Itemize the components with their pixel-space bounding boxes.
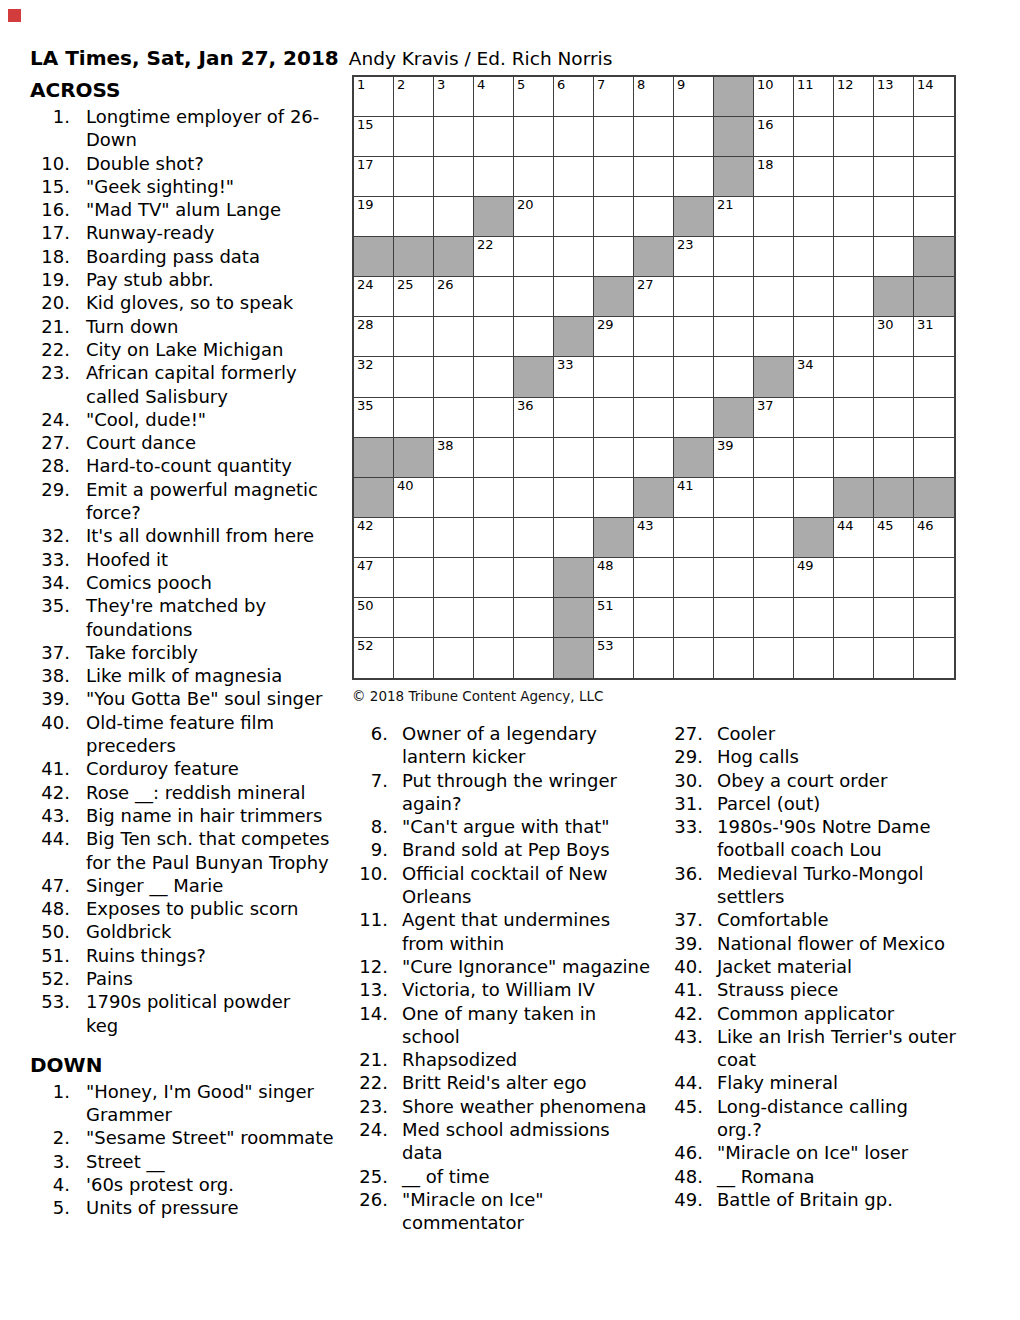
- clue-text: Hoofed it: [86, 548, 168, 571]
- copyright-line: © 2018 Tribune Content Agency, LLC: [352, 688, 603, 704]
- across-clue-40: 40.Old-time feature filmpreceders: [30, 711, 352, 758]
- grid-cell[interactable]: 22: [474, 237, 514, 277]
- grid-cell[interactable]: [914, 558, 954, 598]
- clue-text: Like an Irish Terrier's outercoat: [717, 1025, 956, 1072]
- grid-cell[interactable]: [834, 598, 874, 638]
- grid-cell[interactable]: 39: [714, 438, 754, 478]
- across-clue-18: 18.Boarding pass data: [30, 245, 352, 268]
- clue-text: "You Gotta Be" soul singer: [86, 687, 323, 710]
- grid-cell[interactable]: [474, 398, 514, 438]
- grid-cell[interactable]: [834, 398, 874, 438]
- grid-cell[interactable]: [754, 478, 794, 518]
- clue-number: 50.: [30, 920, 70, 943]
- grid-cell[interactable]: 49: [794, 558, 834, 598]
- grid-cell[interactable]: [834, 237, 874, 277]
- grid-cell[interactable]: [754, 558, 794, 598]
- clue-text: Ruins things?: [86, 944, 206, 967]
- grid-cell[interactable]: [474, 478, 514, 518]
- clue-number: 36.: [668, 862, 703, 909]
- grid-cell[interactable]: [914, 438, 954, 478]
- grid-cell[interactable]: [714, 638, 754, 678]
- grid-cell[interactable]: [794, 157, 834, 197]
- grid-cell[interactable]: 33: [554, 357, 594, 397]
- grid-cell[interactable]: [394, 638, 434, 678]
- grid-cell[interactable]: [794, 598, 834, 638]
- grid-cell-block: [354, 478, 394, 518]
- grid-cell[interactable]: [594, 398, 634, 438]
- clue-number: 28.: [30, 454, 70, 477]
- grid-cell[interactable]: [474, 518, 514, 558]
- across-clue-52: 52.Pains: [30, 967, 352, 990]
- grid-cell[interactable]: [394, 518, 434, 558]
- grid-cell[interactable]: [754, 598, 794, 638]
- clue-number: 3.: [30, 1150, 70, 1173]
- across-clue-list: 1.Longtime employer of 26-Down10.Double …: [30, 105, 352, 1037]
- grid-cell[interactable]: 52: [354, 638, 394, 678]
- grid-cell[interactable]: [554, 478, 594, 518]
- grid-cell-block: [594, 518, 634, 558]
- clue-text: It's all downhill from here: [86, 524, 314, 547]
- grid-cell[interactable]: [474, 317, 514, 357]
- clue-text: National flower of Mexico: [717, 932, 945, 955]
- grid-cell-block: [554, 317, 594, 357]
- grid-cell[interactable]: [554, 518, 594, 558]
- grid-cell[interactable]: [554, 277, 594, 317]
- grid-cell[interactable]: 20: [514, 197, 554, 237]
- clue-text: Exposes to public scorn: [86, 897, 298, 920]
- grid-cell[interactable]: 24: [354, 277, 394, 317]
- down-clues-column-middle: 6.Owner of a legendarylantern kicker7.Pu…: [355, 722, 670, 1235]
- grid-cell[interactable]: [434, 117, 474, 157]
- grid-cell[interactable]: [434, 558, 474, 598]
- grid-cell[interactable]: [794, 277, 834, 317]
- grid-cell[interactable]: 30: [874, 317, 914, 357]
- clue-number: 29.: [30, 478, 70, 525]
- grid-cell[interactable]: [914, 598, 954, 638]
- grid-cell[interactable]: [914, 197, 954, 237]
- grid-cell[interactable]: [634, 357, 674, 397]
- clue-text: Double shot?: [86, 152, 204, 175]
- across-clue-1: 1.Longtime employer of 26-Down: [30, 105, 352, 152]
- grid-cell[interactable]: [874, 357, 914, 397]
- grid-cell[interactable]: [914, 638, 954, 678]
- grid-cell[interactable]: [514, 237, 554, 277]
- grid-cell-block: [714, 117, 754, 157]
- grid-cell[interactable]: [874, 398, 914, 438]
- grid-cell[interactable]: 1: [354, 77, 394, 117]
- grid-cell[interactable]: [514, 317, 554, 357]
- grid-cell[interactable]: [914, 398, 954, 438]
- grid-cell[interactable]: [514, 518, 554, 558]
- grid-cell[interactable]: 35: [354, 398, 394, 438]
- grid-cell[interactable]: [714, 357, 754, 397]
- clue-text: "Geek sighting!": [86, 175, 234, 198]
- across-clue-10: 10.Double shot?: [30, 152, 352, 175]
- grid-cell[interactable]: [394, 157, 434, 197]
- grid-cell[interactable]: [834, 157, 874, 197]
- grid-cell[interactable]: [474, 157, 514, 197]
- grid-cell[interactable]: [874, 438, 914, 478]
- grid-cell[interactable]: [754, 197, 794, 237]
- grid-cell-block: [874, 478, 914, 518]
- clue-text: City on Lake Michigan: [86, 338, 283, 361]
- grid-cell[interactable]: [554, 398, 594, 438]
- grid-cell[interactable]: [874, 117, 914, 157]
- grid-cell[interactable]: 23: [674, 237, 714, 277]
- grid-cell[interactable]: 10: [754, 77, 794, 117]
- clue-text: Rhapsodized: [402, 1048, 517, 1071]
- grid-cell[interactable]: [594, 197, 634, 237]
- grid-cell[interactable]: 18: [754, 157, 794, 197]
- grid-cell[interactable]: [834, 438, 874, 478]
- grid-cell[interactable]: [874, 558, 914, 598]
- cell-number: 23: [677, 238, 694, 252]
- grid-cell[interactable]: [674, 638, 714, 678]
- clue-text: "Miracle on Ice" loser: [717, 1141, 908, 1164]
- down-clue-31: 31.Parcel (out): [668, 792, 1020, 815]
- grid-cell[interactable]: 25: [394, 277, 434, 317]
- grid-cell[interactable]: [554, 237, 594, 277]
- grid-cell[interactable]: [554, 157, 594, 197]
- grid-cell[interactable]: [834, 638, 874, 678]
- grid-cell[interactable]: [674, 157, 714, 197]
- cell-number: 49: [797, 559, 814, 573]
- clue-text: 1790s political powderkeg: [86, 990, 290, 1037]
- grid-cell[interactable]: 46: [914, 518, 954, 558]
- clue-number: 23.: [355, 1095, 388, 1118]
- grid-cell[interactable]: [634, 317, 674, 357]
- grid-cell[interactable]: [434, 598, 474, 638]
- grid-cell[interactable]: 8: [634, 77, 674, 117]
- grid-cell[interactable]: [434, 518, 474, 558]
- grid-cell[interactable]: [394, 117, 434, 157]
- grid-cell[interactable]: [594, 157, 634, 197]
- cell-number: 32: [357, 358, 374, 372]
- grid-cell[interactable]: [474, 438, 514, 478]
- grid-cell[interactable]: [794, 478, 834, 518]
- clue-text: Med school admissionsdata: [402, 1118, 610, 1165]
- grid-cell[interactable]: [914, 357, 954, 397]
- grid-cell[interactable]: [634, 558, 674, 598]
- grid-cell[interactable]: 16: [754, 117, 794, 157]
- grid-cell[interactable]: [554, 438, 594, 478]
- grid-cell[interactable]: [594, 237, 634, 277]
- grid-cell[interactable]: 36: [514, 398, 554, 438]
- grid-cell[interactable]: 27: [634, 277, 674, 317]
- grid-cell[interactable]: 21: [714, 197, 754, 237]
- cell-number: 27: [637, 278, 654, 292]
- grid-cell-block: [554, 598, 594, 638]
- cell-number: 39: [717, 439, 734, 453]
- grid-cell[interactable]: [434, 197, 474, 237]
- grid-cell[interactable]: 28: [354, 317, 394, 357]
- clue-text: "Miracle on Ice"commentator: [402, 1188, 544, 1235]
- grid-cell[interactable]: [714, 478, 754, 518]
- clue-number: 45.: [668, 1095, 703, 1142]
- grid-cell[interactable]: [834, 197, 874, 237]
- grid-cell[interactable]: [674, 518, 714, 558]
- cell-number: 47: [357, 559, 374, 573]
- grid-cell[interactable]: [874, 157, 914, 197]
- grid-cell[interactable]: [594, 117, 634, 157]
- down-clue-12: 12."Cure Ignorance" magazine: [355, 955, 670, 978]
- grid-cell[interactable]: 37: [754, 398, 794, 438]
- grid-cell[interactable]: 34: [794, 357, 834, 397]
- across-clue-34: 34.Comics pooch: [30, 571, 352, 594]
- grid-cell[interactable]: [754, 518, 794, 558]
- cell-number: 14: [917, 78, 934, 92]
- cell-number: 31: [917, 318, 934, 332]
- clue-number: 39.: [668, 932, 703, 955]
- grid-cell[interactable]: [474, 277, 514, 317]
- clue-number: 12.: [355, 955, 388, 978]
- grid-cell[interactable]: 31: [914, 317, 954, 357]
- grid-cell[interactable]: [554, 117, 594, 157]
- grid-cell[interactable]: [474, 598, 514, 638]
- grid-cell[interactable]: 41: [674, 478, 714, 518]
- clue-number: 34.: [30, 571, 70, 594]
- grid-cell[interactable]: 12: [834, 77, 874, 117]
- clue-text: Big name in hair trimmers: [86, 804, 322, 827]
- grid-cell[interactable]: [394, 598, 434, 638]
- grid-cell[interactable]: [434, 357, 474, 397]
- grid-cell[interactable]: [514, 277, 554, 317]
- clue-number: 51.: [30, 944, 70, 967]
- grid-cell[interactable]: 15: [354, 117, 394, 157]
- grid-cell[interactable]: [394, 197, 434, 237]
- grid-cell[interactable]: [634, 398, 674, 438]
- grid-cell[interactable]: [714, 558, 754, 598]
- clue-number: 33.: [668, 815, 703, 862]
- grid-cell[interactable]: [514, 558, 554, 598]
- grid-cell[interactable]: [594, 478, 634, 518]
- clue-number: 1.: [30, 105, 70, 152]
- grid-cell[interactable]: [794, 438, 834, 478]
- grid-cell[interactable]: [714, 277, 754, 317]
- grid-cell[interactable]: [434, 478, 474, 518]
- grid-cell[interactable]: [874, 237, 914, 277]
- grid-cell[interactable]: 11: [794, 77, 834, 117]
- across-clue-53: 53.1790s political powderkeg: [30, 990, 352, 1037]
- grid-cell[interactable]: 45: [874, 518, 914, 558]
- down-clue-5: 5.Units of pressure: [30, 1196, 352, 1219]
- grid-cell[interactable]: 26: [434, 277, 474, 317]
- grid-cell[interactable]: [474, 638, 514, 678]
- grid-cell[interactable]: [394, 558, 434, 598]
- grid-cell[interactable]: [514, 478, 554, 518]
- clue-text: Turn down: [86, 315, 178, 338]
- grid-cell[interactable]: [394, 317, 434, 357]
- grid-cell-block: [714, 157, 754, 197]
- grid-cell-block: [634, 237, 674, 277]
- grid-cell[interactable]: 14: [914, 77, 954, 117]
- grid-cell-block: [394, 438, 434, 478]
- grid-cell[interactable]: [434, 157, 474, 197]
- clue-number: 48.: [30, 897, 70, 920]
- grid-cell[interactable]: [834, 277, 874, 317]
- clue-text: Emit a powerful magneticforce?: [86, 478, 318, 525]
- grid-cell[interactable]: [634, 197, 674, 237]
- grid-cell[interactable]: [594, 438, 634, 478]
- cell-number: 46: [917, 519, 934, 533]
- clue-text: "Sesame Street" roommate: [86, 1126, 333, 1149]
- grid-cell[interactable]: 9: [674, 77, 714, 117]
- grid-cell[interactable]: [434, 638, 474, 678]
- grid-cell[interactable]: [514, 157, 554, 197]
- grid-cell[interactable]: [914, 117, 954, 157]
- grid-cell[interactable]: [674, 398, 714, 438]
- clue-text: Strauss piece: [717, 978, 838, 1001]
- grid-cell[interactable]: [794, 237, 834, 277]
- grid-cell[interactable]: [514, 117, 554, 157]
- grid-cell[interactable]: 53: [594, 638, 634, 678]
- down-clue-24: 24.Med school admissionsdata: [355, 1118, 670, 1165]
- cell-number: 13: [877, 78, 894, 92]
- grid-cell[interactable]: [474, 357, 514, 397]
- grid-cell[interactable]: [754, 237, 794, 277]
- clue-text: Victoria, to William IV: [402, 978, 595, 1001]
- down-clue-6: 6.Owner of a legendarylantern kicker: [355, 722, 670, 769]
- grid-cell-block: [754, 357, 794, 397]
- grid-cell[interactable]: [554, 197, 594, 237]
- clue-text: Units of pressure: [86, 1196, 239, 1219]
- grid-cell[interactable]: 6: [554, 77, 594, 117]
- grid-cell[interactable]: [674, 277, 714, 317]
- cell-number: 42: [357, 519, 374, 533]
- grid-cell[interactable]: [874, 598, 914, 638]
- cell-number: 35: [357, 399, 374, 413]
- grid-cell[interactable]: 51: [594, 598, 634, 638]
- down-clue-42: 42.Common applicator: [668, 1002, 1020, 1025]
- grid-cell[interactable]: [634, 598, 674, 638]
- grid-cell[interactable]: [754, 317, 794, 357]
- grid-cell[interactable]: [834, 357, 874, 397]
- grid-cell[interactable]: [754, 277, 794, 317]
- cell-number: 53: [597, 639, 614, 653]
- across-clues-column: ACROSS 1.Longtime employer of 26-Down10.…: [30, 80, 352, 1220]
- grid-cell[interactable]: 47: [354, 558, 394, 598]
- grid-cell[interactable]: [634, 438, 674, 478]
- grid-cell[interactable]: [754, 438, 794, 478]
- grid-cell[interactable]: [514, 598, 554, 638]
- grid-cell[interactable]: [594, 357, 634, 397]
- grid-cell[interactable]: [674, 598, 714, 638]
- clue-text: Brand sold at Pep Boys: [402, 838, 610, 861]
- grid-cell[interactable]: 42: [354, 518, 394, 558]
- grid-cell[interactable]: [794, 197, 834, 237]
- grid-cell[interactable]: 48: [594, 558, 634, 598]
- grid-cell[interactable]: [714, 598, 754, 638]
- grid-cell[interactable]: 3: [434, 77, 474, 117]
- grid-cell[interactable]: [714, 317, 754, 357]
- clue-text: Comics pooch: [86, 571, 212, 594]
- grid-cell-block: [914, 478, 954, 518]
- grid-cell[interactable]: 19: [354, 197, 394, 237]
- grid-cell[interactable]: [674, 558, 714, 598]
- grid-cell[interactable]: [674, 357, 714, 397]
- grid-cell[interactable]: [434, 317, 474, 357]
- across-clue-33: 33.Hoofed it: [30, 548, 352, 571]
- clue-number: 17.: [30, 221, 70, 244]
- grid-cell[interactable]: 32: [354, 357, 394, 397]
- grid-cell[interactable]: [714, 518, 754, 558]
- clue-number: 32.: [30, 524, 70, 547]
- grid-cell[interactable]: [434, 398, 474, 438]
- grid-cell[interactable]: 7: [594, 77, 634, 117]
- grid-cell[interactable]: [834, 117, 874, 157]
- grid-cell[interactable]: [634, 157, 674, 197]
- grid-cell[interactable]: [394, 398, 434, 438]
- grid-cell[interactable]: 50: [354, 598, 394, 638]
- clue-number: 40.: [668, 955, 703, 978]
- cell-number: 24: [357, 278, 374, 292]
- grid-cell[interactable]: [794, 398, 834, 438]
- grid-cell[interactable]: [634, 638, 674, 678]
- grid-cell[interactable]: 43: [634, 518, 674, 558]
- clue-number: 53.: [30, 990, 70, 1037]
- grid-cell[interactable]: [634, 117, 674, 157]
- grid-cell[interactable]: [914, 157, 954, 197]
- clue-text: '60s protest org.: [86, 1173, 234, 1196]
- down-clue-41: 41.Strauss piece: [668, 978, 1020, 1001]
- grid-cell[interactable]: [514, 638, 554, 678]
- grid-cell[interactable]: [394, 357, 434, 397]
- grid-cell[interactable]: 2: [394, 77, 434, 117]
- grid-cell[interactable]: [874, 638, 914, 678]
- grid-cell[interactable]: 13: [874, 77, 914, 117]
- cell-number: 18: [757, 158, 774, 172]
- grid-cell[interactable]: [794, 638, 834, 678]
- down-clue-30: 30.Obey a court order: [668, 769, 1020, 792]
- grid-cell[interactable]: [474, 558, 514, 598]
- across-clue-44: 44.Big Ten sch. that competesfor the Pau…: [30, 827, 352, 874]
- grid-cell[interactable]: 5: [514, 77, 554, 117]
- across-clue-21: 21.Turn down: [30, 315, 352, 338]
- cell-number: 3: [437, 78, 445, 92]
- byline: Andy Kravis / Ed. Rich Norris: [349, 48, 613, 69]
- grid-cell[interactable]: [514, 438, 554, 478]
- grid-cell[interactable]: [874, 197, 914, 237]
- down-clue-46: 46."Miracle on Ice" loser: [668, 1141, 1020, 1164]
- grid-cell[interactable]: 40: [394, 478, 434, 518]
- grid-cell[interactable]: [754, 638, 794, 678]
- down-clue-7: 7.Put through the wringeragain?: [355, 769, 670, 816]
- grid-cell[interactable]: 17: [354, 157, 394, 197]
- grid-cell-block: [594, 277, 634, 317]
- grid-cell[interactable]: 44: [834, 518, 874, 558]
- grid-cell[interactable]: [834, 317, 874, 357]
- down-clue-39: 39.National flower of Mexico: [668, 932, 1020, 955]
- grid-cell[interactable]: 38: [434, 438, 474, 478]
- across-clue-16: 16."Mad TV" alum Lange: [30, 198, 352, 221]
- grid-cell[interactable]: [794, 117, 834, 157]
- cell-number: 41: [677, 479, 694, 493]
- grid-cell[interactable]: [834, 558, 874, 598]
- clue-number: 43.: [30, 804, 70, 827]
- grid-cell[interactable]: [474, 117, 514, 157]
- grid-cell[interactable]: 4: [474, 77, 514, 117]
- grid-cell[interactable]: 29: [594, 317, 634, 357]
- grid-cell[interactable]: [714, 237, 754, 277]
- cell-number: 43: [637, 519, 654, 533]
- grid-cell[interactable]: [674, 317, 714, 357]
- clue-text: Put through the wringeragain?: [402, 769, 617, 816]
- grid-cell[interactable]: [674, 117, 714, 157]
- grid-cell[interactable]: [794, 317, 834, 357]
- clue-number: 41.: [668, 978, 703, 1001]
- title-bar: LA Times, Sat, Jan 27, 2018Andy Kravis /…: [30, 46, 612, 70]
- clue-number: 40.: [30, 711, 70, 758]
